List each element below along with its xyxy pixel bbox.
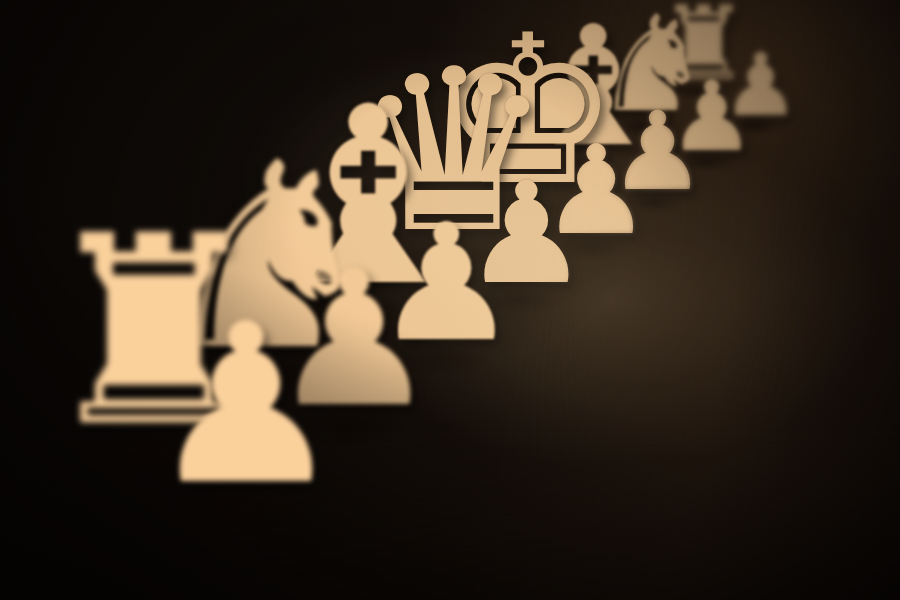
square-e5 xyxy=(739,324,857,418)
square-h5 xyxy=(884,193,900,265)
square-a4 xyxy=(329,545,518,600)
square-e6 xyxy=(808,362,900,458)
square-d5 xyxy=(677,378,806,482)
square-e4 xyxy=(669,285,791,377)
square-g4 xyxy=(780,197,883,273)
square-g3 xyxy=(718,162,824,237)
board-edge-strip xyxy=(0,498,866,600)
square-c6 xyxy=(686,485,823,600)
square-d7 xyxy=(826,461,900,570)
square-c7 xyxy=(766,529,897,600)
piece-white-pawn-a2: ♟ xyxy=(147,305,345,515)
chess-photo-stage: ♜♞♝♛♚♝♞♜♟♟♟♟♟♟♟♟ xyxy=(0,0,900,600)
square-f5 xyxy=(793,275,900,361)
square-d6 xyxy=(751,420,875,527)
square-c5 xyxy=(605,441,748,558)
square-b4 xyxy=(435,465,602,593)
square-a5 xyxy=(425,596,606,600)
square-b5 xyxy=(522,513,682,600)
square-c8 xyxy=(845,573,900,600)
square-g5 xyxy=(841,232,900,310)
square-f4 xyxy=(728,238,840,322)
square-h3 xyxy=(767,127,865,196)
square-h4 xyxy=(826,160,900,230)
square-e7 xyxy=(878,401,900,500)
square-f6 xyxy=(858,312,900,400)
white-pawn-icon: ♟ xyxy=(147,294,345,515)
square-d4 xyxy=(602,337,736,439)
square-b6 xyxy=(609,560,762,600)
square-c4 xyxy=(525,397,674,511)
